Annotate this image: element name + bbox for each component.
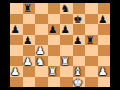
piece-black-rook[interactable]: ♜	[86, 35, 95, 46]
square-h4[interactable]	[98, 45, 111, 56]
square-c3[interactable]: ♞	[35, 56, 48, 67]
piece-black-pawn[interactable]: ♟	[61, 24, 70, 35]
square-g7[interactable]	[85, 14, 98, 25]
square-a1[interactable]	[10, 77, 23, 88]
square-e3[interactable]: ♜	[60, 56, 73, 67]
piece-white-pawn[interactable]: ♟	[11, 66, 20, 77]
piece-black-pawn[interactable]: ♟	[48, 24, 57, 35]
square-a4[interactable]	[10, 45, 23, 56]
square-a8[interactable]	[10, 3, 23, 14]
square-c7[interactable]	[35, 14, 48, 25]
piece-black-pawn[interactable]: ♟	[98, 14, 107, 25]
square-b3[interactable]: ♟	[23, 56, 36, 67]
square-e1[interactable]	[60, 77, 73, 88]
square-b7[interactable]	[23, 14, 36, 25]
piece-black-pawn[interactable]: ♟	[11, 24, 20, 35]
square-b2[interactable]	[23, 66, 36, 77]
square-b8[interactable]: ♜	[23, 3, 36, 14]
square-a2[interactable]: ♟	[10, 66, 23, 77]
piece-white-pawn[interactable]: ♟	[23, 56, 32, 67]
piece-black-rook[interactable]: ♜	[23, 3, 32, 14]
square-g4[interactable]	[85, 45, 98, 56]
square-h7[interactable]: ♟	[98, 14, 111, 25]
square-e2[interactable]	[60, 66, 73, 77]
piece-black-pawn[interactable]: ♟	[73, 35, 82, 46]
square-a6[interactable]: ♟	[10, 24, 23, 35]
chess-board: ♜♞♚♟♟♟♟♟♟♜♟♟♞♜♟♜♝♟♚	[10, 3, 110, 87]
square-c2[interactable]	[35, 66, 48, 77]
square-d5[interactable]	[48, 35, 61, 46]
square-g8[interactable]	[85, 3, 98, 14]
piece-white-rook[interactable]: ♜	[48, 66, 57, 77]
square-c6[interactable]	[35, 24, 48, 35]
letterbox-background: ♜♞♚♟♟♟♟♟♟♜♟♟♞♜♟♜♝♟♚	[0, 0, 120, 90]
square-g3[interactable]	[85, 56, 98, 67]
square-f5[interactable]: ♟	[73, 35, 86, 46]
piece-black-knight[interactable]: ♞	[61, 3, 70, 14]
piece-black-king[interactable]: ♚	[73, 14, 82, 25]
square-b5[interactable]: ♟	[23, 35, 36, 46]
square-e6[interactable]: ♟	[60, 24, 73, 35]
square-d1[interactable]	[48, 77, 61, 88]
piece-white-pawn[interactable]: ♟	[98, 66, 107, 77]
square-g5[interactable]: ♜	[85, 35, 98, 46]
square-f4[interactable]	[73, 45, 86, 56]
square-f7[interactable]: ♚	[73, 14, 86, 25]
square-f1[interactable]: ♚	[73, 77, 86, 88]
square-d4[interactable]	[48, 45, 61, 56]
square-d8[interactable]	[48, 3, 61, 14]
square-h2[interactable]: ♟	[98, 66, 111, 77]
piece-white-rook[interactable]: ♜	[61, 56, 70, 67]
square-h5[interactable]	[98, 35, 111, 46]
square-h1[interactable]	[98, 77, 111, 88]
piece-black-pawn[interactable]: ♟	[23, 35, 32, 46]
square-d2[interactable]: ♜	[48, 66, 61, 77]
square-a5[interactable]	[10, 35, 23, 46]
piece-white-king[interactable]: ♚	[73, 77, 82, 88]
square-c1[interactable]	[35, 77, 48, 88]
square-d6[interactable]: ♟	[48, 24, 61, 35]
square-b1[interactable]	[23, 77, 36, 88]
piece-white-knight[interactable]: ♞	[36, 56, 45, 67]
square-h6[interactable]	[98, 24, 111, 35]
square-e8[interactable]: ♞	[60, 3, 73, 14]
square-c8[interactable]	[35, 3, 48, 14]
square-e5[interactable]	[60, 35, 73, 46]
square-g2[interactable]	[85, 66, 98, 77]
square-g1[interactable]	[85, 77, 98, 88]
